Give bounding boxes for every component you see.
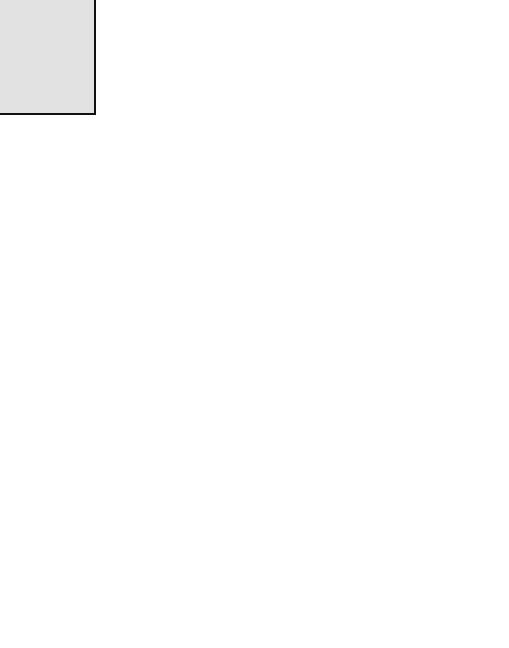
nonogram-page bbox=[0, 0, 509, 648]
right-margin bbox=[483, 0, 509, 648]
column-clues bbox=[96, 0, 483, 115]
corner-watermark-text bbox=[0, 0, 71, 46]
corner-watermark-box bbox=[0, 0, 96, 115]
row-clues bbox=[0, 115, 96, 648]
puzzle-grid[interactable] bbox=[96, 115, 483, 648]
